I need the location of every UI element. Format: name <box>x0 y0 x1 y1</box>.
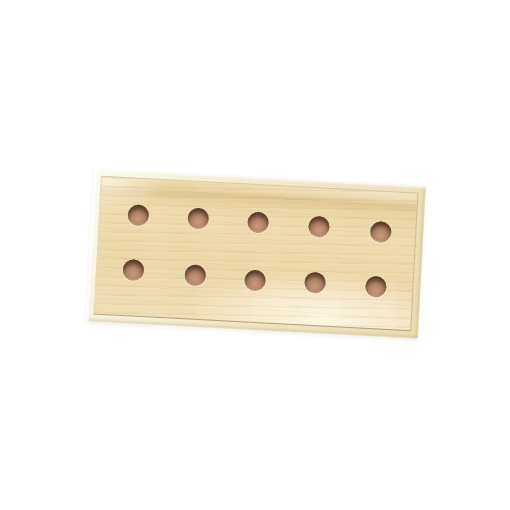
hole-r1c0[interactable] <box>122 259 144 281</box>
hole-r1c4[interactable] <box>364 275 386 297</box>
hole-r1c1[interactable] <box>184 264 206 286</box>
board-face <box>94 176 419 331</box>
hole-r1c3[interactable] <box>304 271 326 293</box>
hole-r0c4[interactable] <box>369 220 391 242</box>
hole-r0c2[interactable] <box>247 211 269 233</box>
game-board <box>86 168 426 338</box>
hole-r0c1[interactable] <box>187 207 209 229</box>
photo-background <box>0 0 510 510</box>
hole-r0c3[interactable] <box>307 215 329 237</box>
hole-r0c0[interactable] <box>127 204 149 226</box>
hole-r1c2[interactable] <box>244 269 266 291</box>
